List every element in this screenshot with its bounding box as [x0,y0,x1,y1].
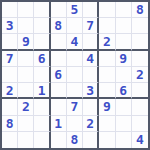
cell-r5c5[interactable] [67,67,83,83]
cell-r3c2[interactable]: 9 [18,34,34,50]
cell-r7c4[interactable] [51,99,67,115]
cell-r1c3[interactable] [34,2,50,18]
cell-r6c1[interactable]: 2 [2,83,18,99]
cell-r7c2[interactable]: 2 [18,99,34,115]
cell-r7c6[interactable] [83,99,99,115]
cell-r9c7[interactable] [99,132,115,148]
cell-r8c4[interactable]: 1 [51,116,67,132]
cell-r8c9[interactable] [132,116,148,132]
cell-r9c8[interactable] [116,132,132,148]
cell-r7c3[interactable] [34,99,50,115]
cell-r1c2[interactable] [18,2,34,18]
cell-r4c2[interactable] [18,51,34,67]
cell-r1c8[interactable] [116,2,132,18]
cell-r2c9[interactable] [132,18,148,34]
cell-r4c9[interactable] [132,51,148,67]
cell-r8c1[interactable]: 8 [2,116,18,132]
cell-r2c8[interactable] [116,18,132,34]
cell-r3c9[interactable] [132,34,148,50]
cell-r7c5[interactable]: 7 [67,99,83,115]
cell-r1c5[interactable]: 5 [67,2,83,18]
cell-r8c2[interactable] [18,116,34,132]
cell-r1c4[interactable] [51,2,67,18]
cell-r3c7[interactable]: 2 [99,34,115,50]
cell-r9c3[interactable] [34,132,50,148]
cell-r5c8[interactable] [116,67,132,83]
cell-r1c1[interactable] [2,2,18,18]
cell-r5c9[interactable]: 2 [132,67,148,83]
cell-r9c9[interactable]: 4 [132,132,148,148]
cell-r3c3[interactable] [34,34,50,50]
cell-r6c9[interactable] [132,83,148,99]
cell-r5c3[interactable] [34,67,50,83]
cell-r5c1[interactable] [2,67,18,83]
cell-r9c1[interactable] [2,132,18,148]
cell-r8c8[interactable] [116,116,132,132]
cell-r3c8[interactable] [116,34,132,50]
cell-r5c6[interactable] [83,67,99,83]
cell-r6c2[interactable] [18,83,34,99]
cell-r8c3[interactable] [34,116,50,132]
cell-r2c3[interactable] [34,18,50,34]
cell-r2c1[interactable]: 3 [2,18,18,34]
cell-r2c4[interactable]: 8 [51,18,67,34]
cell-r3c6[interactable] [83,34,99,50]
cell-r7c8[interactable] [116,99,132,115]
cell-r8c6[interactable]: 2 [83,116,99,132]
sudoku-board: 58387942764962213627981284 [0,0,150,150]
cell-r4c3[interactable]: 6 [34,51,50,67]
cell-r6c4[interactable] [51,83,67,99]
cell-r2c7[interactable] [99,18,115,34]
cell-r6c3[interactable]: 1 [34,83,50,99]
cell-r8c5[interactable] [67,116,83,132]
cell-r6c8[interactable]: 6 [116,83,132,99]
cell-r9c6[interactable] [83,132,99,148]
cell-r9c2[interactable] [18,132,34,148]
cell-r3c1[interactable] [2,34,18,50]
cell-r9c4[interactable] [51,132,67,148]
cell-r9c5[interactable]: 8 [67,132,83,148]
cell-r3c5[interactable]: 4 [67,34,83,50]
cell-r1c6[interactable] [83,2,99,18]
cell-r4c4[interactable] [51,51,67,67]
cell-r1c7[interactable] [99,2,115,18]
cell-r2c2[interactable] [18,18,34,34]
cell-r6c5[interactable] [67,83,83,99]
cell-r2c5[interactable] [67,18,83,34]
cell-r4c8[interactable]: 9 [116,51,132,67]
cell-r4c1[interactable]: 7 [2,51,18,67]
cell-r7c7[interactable]: 9 [99,99,115,115]
cell-r5c2[interactable] [18,67,34,83]
cell-r5c7[interactable] [99,67,115,83]
cell-r8c7[interactable] [99,116,115,132]
cell-r5c4[interactable]: 6 [51,67,67,83]
cell-r7c1[interactable] [2,99,18,115]
cell-r1c9[interactable]: 8 [132,2,148,18]
cell-r3c4[interactable] [51,34,67,50]
cell-r4c5[interactable] [67,51,83,67]
cell-r2c6[interactable]: 7 [83,18,99,34]
cell-r7c9[interactable] [132,99,148,115]
cell-r4c6[interactable]: 4 [83,51,99,67]
cell-r6c7[interactable] [99,83,115,99]
cell-r4c7[interactable] [99,51,115,67]
cell-r6c6[interactable]: 3 [83,83,99,99]
